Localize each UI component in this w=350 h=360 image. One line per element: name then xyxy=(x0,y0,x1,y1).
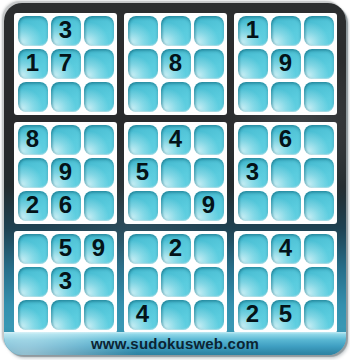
given-digit: 4 xyxy=(279,236,292,260)
cell-r6c8[interactable] xyxy=(271,191,301,221)
cell-r9c1[interactable] xyxy=(18,300,48,330)
given-digit: 9 xyxy=(279,51,292,75)
cell-r1c5[interactable] xyxy=(161,16,191,46)
cell-r2c9[interactable] xyxy=(304,49,334,79)
cell-r9c4: 4 xyxy=(128,300,158,330)
cell-r4c4[interactable] xyxy=(128,125,158,155)
box-4: 8926 xyxy=(14,122,117,224)
cell-r2c1: 1 xyxy=(18,49,48,79)
given-digit: 5 xyxy=(279,302,292,326)
sudoku-widget: 31781989264596359324425 www.sudokusweb.c… xyxy=(0,0,350,360)
cell-r3c1[interactable] xyxy=(18,82,48,112)
cell-r7c6[interactable] xyxy=(194,234,224,264)
cell-r9c5[interactable] xyxy=(161,300,191,330)
cell-r6c1: 2 xyxy=(18,191,48,221)
cell-r3c8[interactable] xyxy=(271,82,301,112)
given-digit: 9 xyxy=(59,160,72,184)
cell-r1c7: 1 xyxy=(238,16,268,46)
cell-r9c7: 2 xyxy=(238,300,268,330)
cell-r5c1[interactable] xyxy=(18,158,48,188)
cell-r5c5[interactable] xyxy=(161,158,191,188)
given-digit: 5 xyxy=(59,236,72,260)
cell-r4c3[interactable] xyxy=(84,125,114,155)
cell-r6c2: 6 xyxy=(51,191,81,221)
cell-r4c8: 6 xyxy=(271,125,301,155)
cell-r5c6[interactable] xyxy=(194,158,224,188)
cell-r8c6[interactable] xyxy=(194,267,224,297)
cell-r2c6[interactable] xyxy=(194,49,224,79)
cell-r2c2: 7 xyxy=(51,49,81,79)
cell-r1c9[interactable] xyxy=(304,16,334,46)
cell-r7c7[interactable] xyxy=(238,234,268,264)
cell-r3c5[interactable] xyxy=(161,82,191,112)
cell-r2c4[interactable] xyxy=(128,49,158,79)
cell-r8c1[interactable] xyxy=(18,267,48,297)
cell-r3c6[interactable] xyxy=(194,82,224,112)
cell-r1c6[interactable] xyxy=(194,16,224,46)
cell-r7c8: 4 xyxy=(271,234,301,264)
sudoku-board: 31781989264596359324425 www.sudokusweb.c… xyxy=(4,3,346,355)
cell-r1c8[interactable] xyxy=(271,16,301,46)
cell-r5c4: 5 xyxy=(128,158,158,188)
cell-r8c8[interactable] xyxy=(271,267,301,297)
given-digit: 3 xyxy=(59,269,72,293)
cell-r3c3[interactable] xyxy=(84,82,114,112)
cell-r8c4[interactable] xyxy=(128,267,158,297)
sudoku-grid: 31781989264596359324425 xyxy=(14,13,337,333)
cell-r4c6[interactable] xyxy=(194,125,224,155)
cell-r5c8[interactable] xyxy=(271,158,301,188)
cell-r5c7: 3 xyxy=(238,158,268,188)
cell-r5c9[interactable] xyxy=(304,158,334,188)
given-digit: 8 xyxy=(26,127,39,151)
cell-r7c2: 5 xyxy=(51,234,81,264)
given-digit: 8 xyxy=(169,51,182,75)
cell-r1c1[interactable] xyxy=(18,16,48,46)
cell-r1c4[interactable] xyxy=(128,16,158,46)
cell-r2c3[interactable] xyxy=(84,49,114,79)
given-digit: 2 xyxy=(169,236,182,260)
cell-r1c3[interactable] xyxy=(84,16,114,46)
cell-r6c3[interactable] xyxy=(84,191,114,221)
given-digit: 1 xyxy=(246,18,259,42)
given-digit: 3 xyxy=(59,18,72,42)
cell-r8c2: 3 xyxy=(51,267,81,297)
given-digit: 2 xyxy=(26,193,39,217)
cell-r8c3[interactable] xyxy=(84,267,114,297)
box-1: 317 xyxy=(14,13,117,115)
cell-r1c2: 3 xyxy=(51,16,81,46)
cell-r6c6: 9 xyxy=(194,191,224,221)
cell-r9c9 xyxy=(304,300,334,330)
cell-r9c3[interactable] xyxy=(84,300,114,330)
given-digit: 4 xyxy=(136,302,149,326)
box-7: 593 xyxy=(14,231,117,333)
cell-r2c7[interactable] xyxy=(238,49,268,79)
footer-band: www.sudokusweb.com xyxy=(4,332,346,355)
cell-r8c9[interactable] xyxy=(304,267,334,297)
box-8: 24 xyxy=(124,231,227,333)
cell-r4c7[interactable] xyxy=(238,125,268,155)
cell-r7c5: 2 xyxy=(161,234,191,264)
given-digit: 1 xyxy=(26,51,39,75)
cell-r3c9[interactable] xyxy=(304,82,334,112)
cell-r3c2[interactable] xyxy=(51,82,81,112)
cell-r3c7[interactable] xyxy=(238,82,268,112)
cell-r6c5[interactable] xyxy=(161,191,191,221)
cell-r9c2[interactable] xyxy=(51,300,81,330)
website-link[interactable]: www.sudokusweb.com xyxy=(91,335,259,352)
cell-r4c5: 4 xyxy=(161,125,191,155)
given-digit: 2 xyxy=(246,302,259,326)
box-6: 63 xyxy=(234,122,337,224)
cell-r5c2: 9 xyxy=(51,158,81,188)
cell-r3c4[interactable] xyxy=(128,82,158,112)
box-2: 8 xyxy=(124,13,227,115)
cell-r7c4[interactable] xyxy=(128,234,158,264)
cell-r5c3[interactable] xyxy=(84,158,114,188)
cell-r4c9[interactable] xyxy=(304,125,334,155)
given-digit: 4 xyxy=(169,127,182,151)
cell-r6c4[interactable] xyxy=(128,191,158,221)
given-digit: 9 xyxy=(202,193,215,217)
cell-r7c3: 9 xyxy=(84,234,114,264)
cell-r2c8: 9 xyxy=(271,49,301,79)
given-digit: 6 xyxy=(59,193,72,217)
given-digit: 6 xyxy=(279,127,292,151)
given-digit: 3 xyxy=(246,160,259,184)
cell-r6c7[interactable] xyxy=(238,191,268,221)
cell-r4c2[interactable] xyxy=(51,125,81,155)
cell-r2c5: 8 xyxy=(161,49,191,79)
box-3: 19 xyxy=(234,13,337,115)
cell-r7c1[interactable] xyxy=(18,234,48,264)
cell-r4c1: 8 xyxy=(18,125,48,155)
cell-r8c7[interactable] xyxy=(238,267,268,297)
cell-r6c9[interactable] xyxy=(304,191,334,221)
box-9: 425 xyxy=(234,231,337,333)
given-digit: 9 xyxy=(92,236,105,260)
given-digit: 5 xyxy=(136,160,149,184)
cell-r9c6[interactable] xyxy=(194,300,224,330)
box-5: 459 xyxy=(124,122,227,224)
given-digit: 7 xyxy=(59,51,72,75)
cell-r8c5[interactable] xyxy=(161,267,191,297)
cell-r7c9[interactable] xyxy=(304,234,334,264)
cell-r9c8: 5 xyxy=(271,300,301,330)
